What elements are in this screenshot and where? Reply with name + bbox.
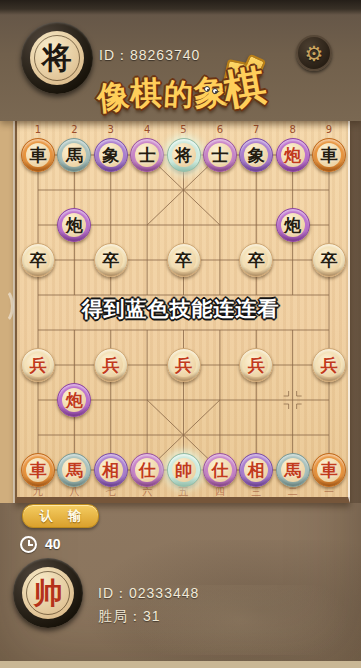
file-number-label: 6: [212, 124, 228, 135]
piece-black-卒[interactable]: 卒: [167, 243, 201, 277]
piece-face: 炮: [62, 388, 86, 412]
gear-icon: ⚙: [305, 43, 324, 64]
piece-face: 車: [317, 143, 341, 167]
piece-face: 炮: [281, 213, 305, 237]
file-number-label: 一: [321, 485, 337, 499]
settings-button[interactable]: ⚙: [296, 35, 332, 71]
piece-face: 士: [208, 143, 232, 167]
file-number-label: 9: [321, 124, 337, 135]
piece-character: 車: [30, 147, 47, 164]
bottom-edge-strip: [0, 661, 361, 668]
piece-character: 車: [321, 462, 338, 479]
piece-face: 士: [135, 143, 159, 167]
file-number-label: 七: [103, 485, 119, 499]
piece-character: 炮: [284, 147, 301, 164]
piece-character: 馬: [66, 462, 83, 479]
piece-black-卒[interactable]: 卒: [94, 243, 128, 277]
piece-face: 将: [172, 143, 196, 167]
top-avatar-piece: 将: [30, 31, 84, 85]
piece-face: 象: [244, 143, 268, 167]
piece-character: 兵: [102, 357, 119, 374]
piece-face: 炮: [62, 213, 86, 237]
piece-character: 卒: [102, 252, 119, 269]
avatar-ring: [26, 571, 70, 615]
piece-character: 相: [102, 462, 119, 479]
piece-face: 兵: [99, 353, 123, 377]
piece-face: 馬: [62, 458, 86, 482]
piece-character: 兵: [175, 357, 192, 374]
file-number-label: 4: [139, 124, 155, 135]
piece-red-馬[interactable]: 馬: [276, 453, 310, 487]
piece-character: 仕: [139, 462, 156, 479]
piece-red-仕[interactable]: 仕: [130, 453, 164, 487]
piece-black-車[interactable]: 車: [312, 138, 346, 172]
piece-red-仕[interactable]: 仕: [203, 453, 237, 487]
app-screen: 将 ID：88263740 ⚙ 像 棋 的 象 棋 123456789 九八七六…: [0, 0, 361, 668]
piece-face: 車: [26, 143, 50, 167]
piece-face: 馬: [281, 458, 305, 482]
top-player-avatar[interactable]: 将: [21, 22, 93, 94]
piece-red-兵[interactable]: 兵: [94, 348, 128, 382]
file-number-label: 六: [139, 485, 155, 499]
piece-character: 炮: [66, 392, 83, 409]
piece-black-象[interactable]: 象: [94, 138, 128, 172]
piece-face: 卒: [317, 248, 341, 272]
piece-character: 馬: [66, 147, 83, 164]
piece-red-車[interactable]: 車: [312, 453, 346, 487]
piece-red-兵[interactable]: 兵: [167, 348, 201, 382]
piece-black-将[interactable]: 将: [167, 138, 201, 172]
piece-character: 士: [139, 147, 156, 164]
piece-character: 車: [321, 147, 338, 164]
piece-red-車[interactable]: 車: [21, 453, 55, 487]
piece-black-象[interactable]: 象: [239, 138, 273, 172]
piece-red-相[interactable]: 相: [239, 453, 273, 487]
piece-character: 卒: [30, 252, 47, 269]
piece-face: 兵: [317, 353, 341, 377]
top-player-bar: 将 ID：88263740 ⚙: [0, 0, 361, 121]
file-number-label: 三: [248, 485, 264, 499]
piece-character: 兵: [248, 357, 265, 374]
bottom-avatar-piece: 帅: [22, 567, 74, 619]
file-number-label: 四: [212, 485, 228, 499]
piece-black-車[interactable]: 車: [21, 138, 55, 172]
piece-character: 将: [175, 147, 192, 164]
piece-character: 相: [248, 462, 265, 479]
piece-black-卒[interactable]: 卒: [239, 243, 273, 277]
bottom-player-avatar[interactable]: 帅: [13, 558, 83, 628]
piece-character: 象: [248, 147, 265, 164]
file-number-label: 八: [66, 485, 82, 499]
piece-face: 帥: [172, 458, 196, 482]
piece-black-士[interactable]: 士: [203, 138, 237, 172]
piece-red-兵[interactable]: 兵: [239, 348, 273, 382]
file-number-label: 8: [285, 124, 301, 135]
file-number-label: 5: [176, 124, 192, 135]
piece-face: 卒: [172, 248, 196, 272]
piece-face: 卒: [244, 248, 268, 272]
clock-icon: [20, 536, 37, 553]
piece-character: 車: [30, 462, 47, 479]
piece-black-士[interactable]: 士: [130, 138, 164, 172]
piece-face: 車: [26, 458, 50, 482]
piece-face: 仕: [208, 458, 232, 482]
piece-face: 象: [99, 143, 123, 167]
piece-face: 相: [99, 458, 123, 482]
file-number-label: 二: [285, 485, 301, 499]
piece-character: 卒: [321, 252, 338, 269]
piece-face: 兵: [26, 353, 50, 377]
file-number-label: 五: [176, 485, 192, 499]
piece-red-炮[interactable]: 炮: [276, 138, 310, 172]
file-number-label: 7: [248, 124, 264, 135]
piece-character: 馬: [284, 462, 301, 479]
piece-character: 仕: [211, 462, 228, 479]
piece-face: 仕: [135, 458, 159, 482]
file-number-label: 九: [30, 485, 46, 499]
piece-face: 馬: [62, 143, 86, 167]
file-number-label: 2: [66, 124, 82, 135]
piece-face: 相: [244, 458, 268, 482]
piece-face: 卒: [99, 248, 123, 272]
bottom-player-wins: 胜局：31: [98, 608, 161, 626]
piece-character: 士: [211, 147, 228, 164]
bottom-player-id: ID：02333448: [98, 585, 199, 603]
piece-face: 車: [317, 458, 341, 482]
piece-red-兵[interactable]: 兵: [21, 348, 55, 382]
piece-red-兵[interactable]: 兵: [312, 348, 346, 382]
piece-character: 卒: [175, 252, 192, 269]
timer-value: 40: [45, 536, 61, 552]
skill-announcement: 得到蓝色技能连连看: [0, 295, 361, 323]
piece-character: 卒: [248, 252, 265, 269]
piece-red-帥[interactable]: 帥: [167, 453, 201, 487]
avatar-ring: [34, 35, 80, 81]
bottom-player-bar: 帅 ID：02333448 胜局：31: [0, 550, 361, 668]
piece-black-炮[interactable]: 炮: [276, 208, 310, 242]
piece-character: 象: [102, 147, 119, 164]
piece-character: 兵: [321, 357, 338, 374]
piece-red-相[interactable]: 相: [94, 453, 128, 487]
piece-character: 帥: [175, 462, 192, 479]
piece-black-卒[interactable]: 卒: [312, 243, 346, 277]
piece-character: 炮: [284, 217, 301, 234]
piece-face: 卒: [26, 248, 50, 272]
top-player-id: ID：88263740: [99, 47, 200, 65]
piece-face: 炮: [281, 143, 305, 167]
piece-character: 兵: [30, 357, 47, 374]
resign-button[interactable]: 认 输: [22, 504, 99, 528]
piece-black-卒[interactable]: 卒: [21, 243, 55, 277]
file-number-label: 1: [30, 124, 46, 135]
piece-face: 兵: [172, 353, 196, 377]
piece-face: 兵: [244, 353, 268, 377]
piece-character: 炮: [66, 217, 83, 234]
file-number-label: 3: [103, 124, 119, 135]
